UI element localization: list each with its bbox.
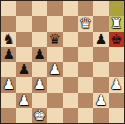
square-h8[interactable] [109, 1, 124, 16]
square-a4[interactable] [1, 62, 16, 77]
square-c5[interactable]: ♟ [32, 47, 47, 62]
white-pawn[interactable]: ♟ [110, 77, 123, 92]
square-d7[interactable] [47, 16, 62, 31]
square-d6[interactable]: ♛ [47, 32, 62, 47]
square-a1[interactable] [1, 108, 16, 123]
chess-board: ♛♜♞♛♟♚♟♟♟♟♟♟♟♟♟♚ [1, 1, 124, 123]
square-f8[interactable] [78, 1, 93, 16]
square-c8[interactable] [32, 1, 47, 16]
square-h1[interactable] [109, 108, 124, 123]
square-c3[interactable]: ♟ [32, 77, 47, 92]
square-d3[interactable] [47, 77, 62, 92]
square-a7[interactable] [1, 16, 16, 31]
black-pawn[interactable]: ♟ [95, 32, 108, 47]
black-pawn[interactable]: ♟ [33, 47, 46, 62]
square-d1[interactable] [47, 108, 62, 123]
square-b2[interactable]: ♟ [16, 93, 31, 108]
square-c6[interactable] [32, 32, 47, 47]
square-g5[interactable] [93, 47, 108, 62]
square-d5[interactable] [47, 47, 62, 62]
square-d8[interactable] [47, 1, 62, 16]
square-g6[interactable]: ♟ [93, 32, 108, 47]
square-b4[interactable]: ♟ [16, 62, 31, 77]
black-queen[interactable]: ♛ [49, 32, 62, 47]
square-b3[interactable] [16, 77, 31, 92]
white-rook[interactable]: ♜ [110, 16, 123, 31]
square-a3[interactable]: ♟ [1, 77, 16, 92]
square-g2[interactable]: ♟ [93, 93, 108, 108]
square-h5[interactable] [109, 47, 124, 62]
square-h3[interactable]: ♟ [109, 77, 124, 92]
square-e4[interactable] [63, 62, 78, 77]
square-f5[interactable] [78, 47, 93, 62]
square-h2[interactable] [109, 93, 124, 108]
square-h4[interactable] [109, 62, 124, 77]
square-a6[interactable]: ♞ [1, 32, 16, 47]
square-h7[interactable]: ♜ [109, 16, 124, 31]
white-pawn[interactable]: ♟ [18, 93, 31, 108]
square-g7[interactable] [93, 16, 108, 31]
square-b8[interactable] [16, 1, 31, 16]
black-knight[interactable]: ♞ [2, 32, 15, 47]
black-king[interactable]: ♚ [110, 32, 123, 47]
square-g4[interactable] [93, 62, 108, 77]
square-f4[interactable] [78, 62, 93, 77]
square-b5[interactable] [16, 47, 31, 62]
square-e8[interactable] [63, 1, 78, 16]
square-b1[interactable] [16, 108, 31, 123]
square-e1[interactable] [63, 108, 78, 123]
white-pawn[interactable]: ♟ [33, 77, 46, 92]
square-e5[interactable] [63, 47, 78, 62]
square-g3[interactable] [93, 77, 108, 92]
square-d4[interactable]: ♟ [47, 62, 62, 77]
square-b7[interactable] [16, 16, 31, 31]
white-pawn[interactable]: ♟ [95, 93, 108, 108]
square-d2[interactable] [47, 93, 62, 108]
black-pawn[interactable]: ♟ [2, 47, 15, 62]
white-pawn[interactable]: ♟ [2, 77, 15, 92]
chess-board-frame: ♛♜♞♛♟♚♟♟♟♟♟♟♟♟♟♚ [0, 0, 125, 124]
square-a2[interactable] [1, 93, 16, 108]
square-f2[interactable] [78, 93, 93, 108]
square-e7[interactable] [63, 16, 78, 31]
square-c4[interactable] [32, 62, 47, 77]
black-pawn[interactable]: ♟ [18, 62, 31, 77]
square-e3[interactable] [63, 77, 78, 92]
square-g8[interactable] [93, 1, 108, 16]
square-f1[interactable] [78, 108, 93, 123]
square-f7[interactable]: ♛ [78, 16, 93, 31]
square-a5[interactable]: ♟ [1, 47, 16, 62]
square-e2[interactable] [63, 93, 78, 108]
square-c7[interactable] [32, 16, 47, 31]
square-b6[interactable] [16, 32, 31, 47]
square-f3[interactable] [78, 77, 93, 92]
square-f6[interactable] [78, 32, 93, 47]
white-king[interactable]: ♚ [33, 108, 46, 123]
square-g1[interactable] [93, 108, 108, 123]
square-h6[interactable]: ♚ [109, 32, 124, 47]
white-queen[interactable]: ♛ [79, 16, 92, 31]
square-c1[interactable]: ♚ [32, 108, 47, 123]
white-pawn[interactable]: ♟ [49, 62, 62, 77]
square-a8[interactable] [1, 1, 16, 16]
square-e6[interactable] [63, 32, 78, 47]
square-c2[interactable] [32, 93, 47, 108]
